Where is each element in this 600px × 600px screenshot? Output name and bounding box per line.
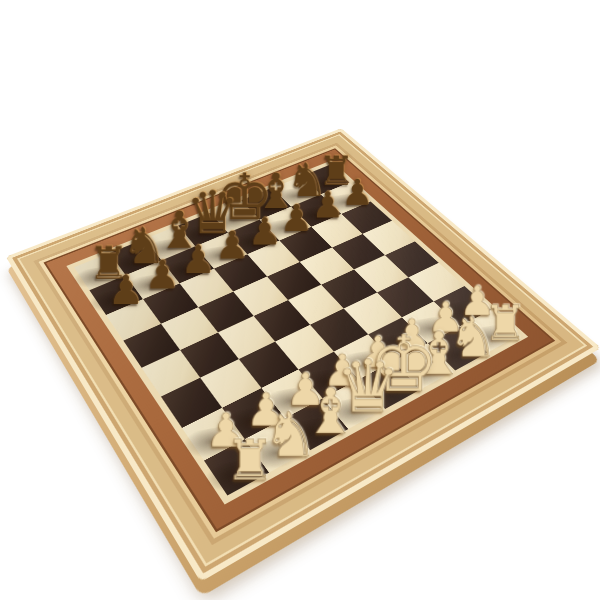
pine-frame: ♜♞♝♛♚♝♞♜♟♟♟♟♟♟♟♟♟♟♟♟♟♟♟♟♜♞♝♛♚♝♞♜ — [6, 128, 600, 582]
black-knight-b8: ♞ — [122, 221, 167, 271]
sienna-border-band: ♜♞♝♛♚♝♞♜♟♟♟♟♟♟♟♟♟♟♟♟♟♟♟♟♜♞♝♛♚♝♞♜ — [44, 148, 556, 532]
piece-shadow — [201, 456, 264, 498]
chess-set-photo: ♜♞♝♛♚♝♞♜♟♟♟♟♟♟♟♟♟♟♟♟♟♟♟♟♜♞♝♛♚♝♞♜ — [0, 0, 600, 600]
black-bishop-c8: ♝ — [156, 205, 202, 256]
chess-board: ♜♞♝♛♚♝♞♜♟♟♟♟♟♟♟♟♟♟♟♟♟♟♟♟♜♞♝♛♚♝♞♜ — [66, 161, 528, 505]
white-rook-h1: ♜ — [483, 299, 526, 347]
chess-board-3d: ♜♞♝♛♚♝♞♜♟♟♟♟♟♟♟♟♟♟♟♟♟♟♟♟♜♞♝♛♚♝♞♜ — [6, 128, 600, 582]
